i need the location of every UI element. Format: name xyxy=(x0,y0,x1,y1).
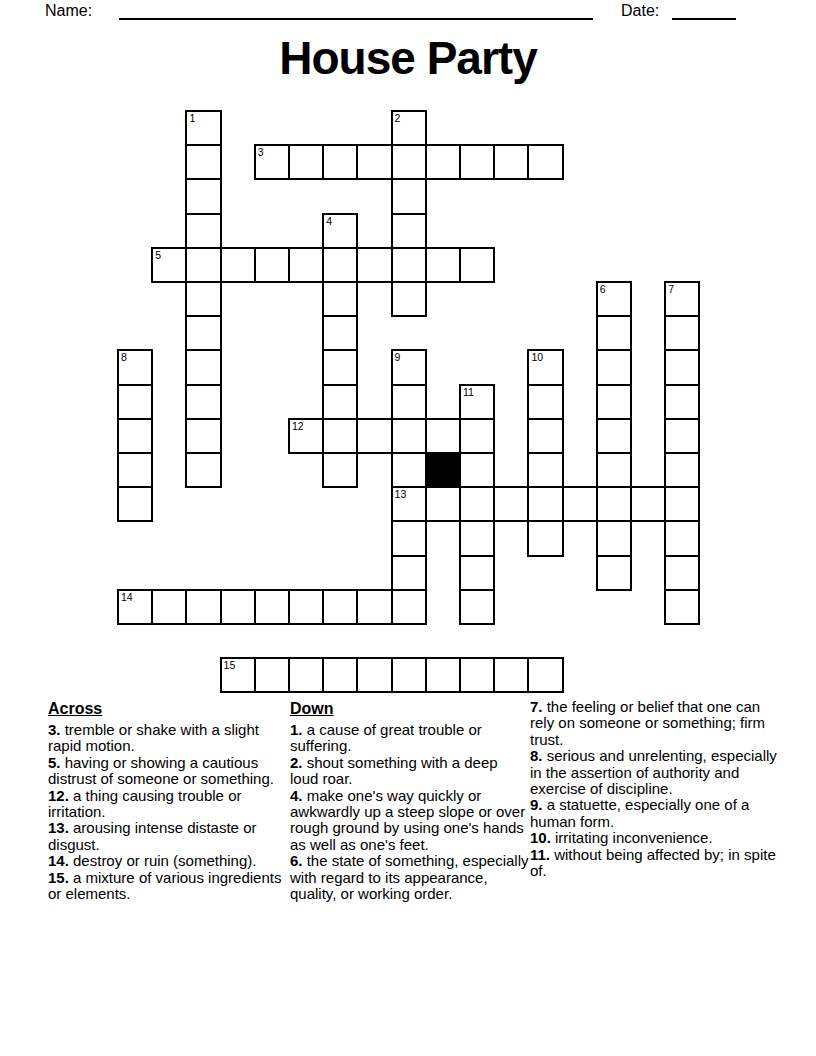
grid-cell[interactable] xyxy=(596,520,632,556)
clue-item: 14. destroy or ruin (something). xyxy=(48,853,288,869)
clue-item: 15. a mixture of various ingredients or … xyxy=(48,870,288,903)
grid-cell[interactable] xyxy=(185,178,221,214)
clue-item-text: a statuette, especially one of a human f… xyxy=(530,796,749,829)
clue-item-text: having or showing a cautious distrust of… xyxy=(48,754,274,787)
grid-cell[interactable] xyxy=(391,657,427,693)
grid-cell[interactable] xyxy=(391,281,427,317)
clue-item-text: a thing causing trouble or irritation. xyxy=(48,787,241,820)
grid-cell[interactable] xyxy=(151,589,187,625)
grid-cell[interactable] xyxy=(254,657,290,693)
grid-cell[interactable] xyxy=(664,349,700,385)
clue-item-text: arousing intense distaste or disgust. xyxy=(48,819,256,852)
grid-cell[interactable] xyxy=(425,144,461,180)
grid-cell[interactable] xyxy=(185,315,221,351)
grid-cell[interactable] xyxy=(527,452,563,488)
grid-cell[interactable] xyxy=(356,589,392,625)
grid-cell[interactable] xyxy=(425,247,461,283)
grid-cell[interactable] xyxy=(391,452,427,488)
clue-item-text: shout something with a deep loud roar. xyxy=(290,754,498,787)
grid-cell[interactable] xyxy=(322,144,358,180)
grid-cell[interactable] xyxy=(664,452,700,488)
grid-cell[interactable] xyxy=(322,281,358,317)
grid-cell[interactable] xyxy=(664,589,700,625)
grid-cell[interactable]: 10 xyxy=(527,349,563,385)
grid-cell[interactable] xyxy=(527,520,563,556)
clue-item-text: make one's way quickly or awkwardly up a… xyxy=(290,787,525,853)
grid-cell[interactable] xyxy=(117,418,153,454)
grid-cell[interactable] xyxy=(356,144,392,180)
grid-cell[interactable]: 9 xyxy=(391,349,427,385)
clue-number: 11 xyxy=(463,386,474,398)
clue-item-text: serious and unrelenting, especially in t… xyxy=(530,747,777,797)
grid-cell[interactable]: 2 xyxy=(391,110,427,146)
grid-cell[interactable] xyxy=(664,520,700,556)
down-heading: Down xyxy=(290,699,530,719)
grid-cell[interactable] xyxy=(425,657,461,693)
grid-cell[interactable] xyxy=(527,418,563,454)
grid-cell[interactable] xyxy=(322,452,358,488)
grid-cell[interactable] xyxy=(185,281,221,317)
grid-cell[interactable]: 11 xyxy=(459,384,495,420)
clue-number: 7 xyxy=(668,283,674,295)
grid-cell[interactable] xyxy=(527,486,563,522)
grid-cell[interactable] xyxy=(459,657,495,693)
clue-item-number: 11. xyxy=(530,846,550,863)
clue-item-text: the state of something, especially with … xyxy=(290,852,528,902)
grid-cell[interactable] xyxy=(322,247,358,283)
clue-item-number: 12. xyxy=(48,787,69,804)
grid-cell[interactable] xyxy=(391,555,427,591)
clue-item-number: 13. xyxy=(48,819,69,836)
grid-cell[interactable] xyxy=(596,349,632,385)
grid-cell[interactable] xyxy=(425,486,461,522)
clue-number: 14 xyxy=(121,591,133,603)
grid-cell[interactable] xyxy=(425,418,461,454)
grid-cell[interactable] xyxy=(391,418,427,454)
across-clues-column: Across 3. tremble or shake with a slight… xyxy=(48,699,288,902)
clue-item-number: 14. xyxy=(48,852,69,869)
grid-cell[interactable] xyxy=(596,486,632,522)
grid-cell[interactable] xyxy=(117,384,153,420)
grid-cell[interactable] xyxy=(391,144,427,180)
grid-cell[interactable] xyxy=(527,384,563,420)
grid-cell[interactable] xyxy=(664,418,700,454)
clue-number: 6 xyxy=(600,283,606,295)
down-clues-column-1: Down 1. a cause of great trouble or suff… xyxy=(290,699,530,902)
clue-item-text: tremble or shake with a slight rapid mot… xyxy=(48,721,259,754)
clue-item-number: 2. xyxy=(290,754,303,771)
clue-item-number: 7. xyxy=(530,698,543,715)
grid-cell[interactable] xyxy=(596,315,632,351)
grid-cell[interactable] xyxy=(459,555,495,591)
clue-number: 2 xyxy=(395,112,401,124)
grid-cell[interactable] xyxy=(596,418,632,454)
grid-cell[interactable] xyxy=(459,144,495,180)
grid-cell[interactable] xyxy=(391,384,427,420)
clue-item: 2. shout something with a deep loud roar… xyxy=(290,755,530,788)
clue-item: 10. irritating inconvenience. xyxy=(530,830,784,846)
down-clue-list-2: 7. the feeling or belief that one can re… xyxy=(530,699,784,879)
grid-cell[interactable] xyxy=(493,657,529,693)
clue-number: 4 xyxy=(326,215,332,227)
grid-cell[interactable] xyxy=(117,486,153,522)
clue-item-number: 4. xyxy=(290,787,303,804)
clue-number: 13 xyxy=(395,488,407,500)
grid-cell[interactable] xyxy=(459,247,495,283)
grid-cell[interactable] xyxy=(391,520,427,556)
grid-cell[interactable] xyxy=(322,657,358,693)
date-blank-line[interactable] xyxy=(672,0,736,20)
grid-cell[interactable] xyxy=(356,418,392,454)
clue-item: 4. make one's way quickly or awkwardly u… xyxy=(290,788,530,854)
clue-item: 8. serious and unrelenting, especially i… xyxy=(530,748,784,797)
clue-item-text: a cause of great trouble or suffering. xyxy=(290,721,482,754)
grid-cell[interactable] xyxy=(596,452,632,488)
grid-cell[interactable] xyxy=(254,247,290,283)
clue-item: 7. the feeling or belief that one can re… xyxy=(530,699,784,748)
grid-cell[interactable] xyxy=(391,213,427,249)
grid-cell[interactable] xyxy=(288,657,324,693)
clue-item-text: a mixture of various ingredients or elem… xyxy=(48,869,281,902)
clue-item: 9. a statuette, especially one of a huma… xyxy=(530,797,784,830)
clue-number: 3 xyxy=(258,146,264,158)
grid-cell[interactable]: 12 xyxy=(288,418,324,454)
grid-cell[interactable] xyxy=(322,589,358,625)
grid-cell[interactable] xyxy=(220,589,256,625)
clue-item-text: irritating inconvenience. xyxy=(551,829,713,846)
clue-item-number: 10. xyxy=(530,829,551,846)
clue-item: 13. arousing intense distaste or disgust… xyxy=(48,820,288,853)
clue-item-number: 3. xyxy=(48,721,61,738)
grid-cell[interactable] xyxy=(185,144,221,180)
clue-item-number: 15. xyxy=(48,869,69,886)
grid-cell[interactable] xyxy=(562,486,598,522)
name-blank-line[interactable] xyxy=(119,0,593,20)
grid-cell[interactable]: 14 xyxy=(117,589,153,625)
date-label: Date: xyxy=(621,1,659,20)
grid-cell[interactable] xyxy=(185,452,221,488)
clue-number: 8 xyxy=(121,351,127,363)
grid-cell[interactable] xyxy=(322,384,358,420)
down-clues-column-2: 7. the feeling or belief that one can re… xyxy=(530,699,784,879)
grid-cell[interactable] xyxy=(664,555,700,591)
clue-item-number: 6. xyxy=(290,852,303,869)
grid-cell[interactable] xyxy=(391,589,427,625)
down-clue-list-1: 1. a cause of great trouble or suffering… xyxy=(290,722,530,902)
grid-cell[interactable] xyxy=(527,144,563,180)
grid-cell[interactable] xyxy=(322,418,358,454)
clue-item-text: destroy or ruin (something). xyxy=(69,852,257,869)
clue-item-number: 1. xyxy=(290,721,303,738)
grid-cell[interactable] xyxy=(459,486,495,522)
grid-cell[interactable] xyxy=(322,349,358,385)
clue-number: 5 xyxy=(155,249,161,261)
grid-cell[interactable] xyxy=(185,384,221,420)
grid-cell[interactable]: 4 xyxy=(322,213,358,249)
grid-cell[interactable] xyxy=(391,178,427,214)
clue-item: 1. a cause of great trouble or suffering… xyxy=(290,722,530,755)
grid-cell[interactable]: 13 xyxy=(391,486,427,522)
puzzle-title: House Party xyxy=(0,31,816,85)
grid-cell[interactable]: 6 xyxy=(596,281,632,317)
grid-cell[interactable] xyxy=(185,349,221,385)
grid-cell[interactable]: 5 xyxy=(151,247,187,283)
grid-cell[interactable] xyxy=(185,247,221,283)
grid-cell[interactable]: 1 xyxy=(185,110,221,146)
grid-cell[interactable] xyxy=(664,315,700,351)
clue-item-number: 8. xyxy=(530,747,543,764)
grid-cell[interactable] xyxy=(356,247,392,283)
clue-item: 3. tremble or shake with a slight rapid … xyxy=(48,722,288,755)
clue-number: 15 xyxy=(224,659,236,671)
grid-cell[interactable] xyxy=(527,657,563,693)
grid-cell[interactable] xyxy=(185,213,221,249)
grid-cell[interactable] xyxy=(459,418,495,454)
grid-cell[interactable] xyxy=(664,486,700,522)
grid-cell[interactable] xyxy=(459,589,495,625)
grid-cell[interactable] xyxy=(493,486,529,522)
clue-number: 12 xyxy=(292,420,304,432)
clue-number: 1 xyxy=(189,112,195,124)
grid-cell[interactable] xyxy=(596,384,632,420)
grid-cell[interactable] xyxy=(220,247,256,283)
grid-cell[interactable] xyxy=(596,555,632,591)
crossword-grid: 123456789101112131415 xyxy=(118,111,700,693)
grid-cell[interactable] xyxy=(664,384,700,420)
across-heading: Across xyxy=(48,699,288,719)
across-clue-list: 3. tremble or shake with a slight rapid … xyxy=(48,722,288,902)
clue-item: 6. the state of something, especially wi… xyxy=(290,853,530,902)
grid-cell[interactable] xyxy=(493,144,529,180)
grid-cell[interactable] xyxy=(117,452,153,488)
grid-cell[interactable] xyxy=(630,486,666,522)
clue-item-text: the feeling or belief that one can rely … xyxy=(530,698,765,748)
grid-cell[interactable]: 7 xyxy=(664,281,700,317)
grid-cell[interactable] xyxy=(185,418,221,454)
clue-item: 12. a thing causing trouble or irritatio… xyxy=(48,788,288,821)
grid-cell[interactable] xyxy=(185,589,221,625)
grid-cell[interactable] xyxy=(322,315,358,351)
grid-cell[interactable] xyxy=(288,589,324,625)
grid-cell[interactable]: 3 xyxy=(254,144,290,180)
clue-item-text: without being affected by; in spite of. xyxy=(530,846,776,879)
clue-item-number: 5. xyxy=(48,754,61,771)
name-label: Name: xyxy=(45,1,92,20)
grid-cell[interactable] xyxy=(459,452,495,488)
clue-number: 9 xyxy=(395,351,401,363)
clue-item: 5. having or showing a cautious distrust… xyxy=(48,755,288,788)
grid-cell[interactable] xyxy=(254,589,290,625)
grid-cell[interactable] xyxy=(288,144,324,180)
grid-cell[interactable] xyxy=(391,247,427,283)
black-cell xyxy=(425,452,461,488)
grid-cell[interactable]: 8 xyxy=(117,349,153,385)
grid-cell[interactable] xyxy=(356,657,392,693)
clue-item-number: 9. xyxy=(530,796,543,813)
grid-cell[interactable]: 15 xyxy=(220,657,256,693)
grid-cell[interactable] xyxy=(459,520,495,556)
clue-number: 10 xyxy=(531,351,543,363)
grid-cell[interactable] xyxy=(288,247,324,283)
clue-item: 11. without being affected by; in spite … xyxy=(530,847,784,880)
